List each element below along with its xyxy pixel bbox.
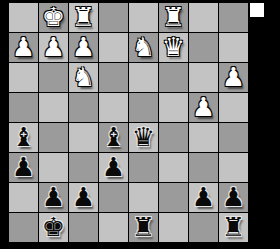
white-knight[interactable]: ♞ xyxy=(69,63,98,92)
square-h7[interactable] xyxy=(219,33,248,62)
square-b6[interactable] xyxy=(39,63,68,92)
square-b7[interactable]: ♟ xyxy=(39,33,68,62)
black-pawn[interactable]: ♟ xyxy=(9,153,38,182)
black-pawn[interactable]: ♟ xyxy=(219,183,248,212)
square-h4[interactable] xyxy=(219,123,248,152)
square-f8[interactable]: ♜ xyxy=(159,3,188,32)
square-g3[interactable] xyxy=(189,153,218,182)
square-e2[interactable] xyxy=(129,183,158,212)
square-c6[interactable]: ♞ xyxy=(69,63,98,92)
square-g2[interactable]: ♟ xyxy=(189,183,218,212)
black-pawn[interactable]: ♟ xyxy=(99,153,128,182)
side-to-move-indicator xyxy=(250,3,264,17)
black-king[interactable]: ♚ xyxy=(39,213,68,242)
black-pawn[interactable]: ♟ xyxy=(69,183,98,212)
square-d7[interactable] xyxy=(99,33,128,62)
square-d2[interactable] xyxy=(99,183,128,212)
black-rook[interactable]: ♜ xyxy=(219,213,248,242)
square-e5[interactable] xyxy=(129,93,158,122)
square-g8[interactable] xyxy=(189,3,218,32)
square-b8[interactable]: ♚ xyxy=(39,3,68,32)
white-pawn[interactable]: ♟ xyxy=(219,63,248,92)
square-c8[interactable]: ♜ xyxy=(69,3,98,32)
square-g6[interactable] xyxy=(189,63,218,92)
square-h1[interactable]: ♜ xyxy=(219,213,248,242)
black-rook[interactable]: ♜ xyxy=(129,213,158,242)
square-h3[interactable] xyxy=(219,153,248,182)
square-f2[interactable] xyxy=(159,183,188,212)
square-h6[interactable]: ♟ xyxy=(219,63,248,92)
white-pawn[interactable]: ♟ xyxy=(69,33,98,62)
square-a8[interactable] xyxy=(9,3,38,32)
square-f6[interactable] xyxy=(159,63,188,92)
square-f5[interactable] xyxy=(159,93,188,122)
square-e7[interactable]: ♞ xyxy=(129,33,158,62)
chess-board: ♚♜♜♟♟♟♞♛♞♟♟♝♝♛♟♟♟♟♟♟♚♜♜ xyxy=(9,3,248,242)
white-rook[interactable]: ♜ xyxy=(69,3,98,32)
square-f3[interactable] xyxy=(159,153,188,182)
square-e6[interactable] xyxy=(129,63,158,92)
square-f7[interactable]: ♛ xyxy=(159,33,188,62)
black-pawn[interactable]: ♟ xyxy=(39,183,68,212)
square-e3[interactable] xyxy=(129,153,158,182)
square-h2[interactable]: ♟ xyxy=(219,183,248,212)
square-g7[interactable] xyxy=(189,33,218,62)
square-h5[interactable] xyxy=(219,93,248,122)
white-pawn[interactable]: ♟ xyxy=(189,93,218,122)
square-d8[interactable] xyxy=(99,3,128,32)
square-b4[interactable] xyxy=(39,123,68,152)
square-e1[interactable]: ♜ xyxy=(129,213,158,242)
white-rook[interactable]: ♜ xyxy=(159,3,188,32)
square-g5[interactable]: ♟ xyxy=(189,93,218,122)
square-e4[interactable]: ♛ xyxy=(129,123,158,152)
square-a3[interactable]: ♟ xyxy=(9,153,38,182)
square-d3[interactable]: ♟ xyxy=(99,153,128,182)
square-c5[interactable] xyxy=(69,93,98,122)
white-queen[interactable]: ♛ xyxy=(159,33,188,62)
square-c3[interactable] xyxy=(69,153,98,182)
square-c1[interactable] xyxy=(69,213,98,242)
chess-diagram: ♚♜♜♟♟♟♞♛♞♟♟♝♝♛♟♟♟♟♟♟♚♜♜ xyxy=(0,0,280,249)
square-b2[interactable]: ♟ xyxy=(39,183,68,212)
square-d1[interactable] xyxy=(99,213,128,242)
black-bishop[interactable]: ♝ xyxy=(99,123,128,152)
square-d6[interactable] xyxy=(99,63,128,92)
black-queen[interactable]: ♛ xyxy=(129,123,158,152)
black-pawn[interactable]: ♟ xyxy=(189,183,218,212)
black-bishop[interactable]: ♝ xyxy=(9,123,38,152)
square-a5[interactable] xyxy=(9,93,38,122)
square-b5[interactable] xyxy=(39,93,68,122)
square-f4[interactable] xyxy=(159,123,188,152)
square-a6[interactable] xyxy=(9,63,38,92)
white-pawn[interactable]: ♟ xyxy=(39,33,68,62)
square-e8[interactable] xyxy=(129,3,158,32)
square-a4[interactable]: ♝ xyxy=(9,123,38,152)
square-a2[interactable] xyxy=(9,183,38,212)
white-pawn[interactable]: ♟ xyxy=(9,33,38,62)
square-g4[interactable] xyxy=(189,123,218,152)
white-knight[interactable]: ♞ xyxy=(129,33,158,62)
square-h8[interactable] xyxy=(219,3,248,32)
square-c7[interactable]: ♟ xyxy=(69,33,98,62)
square-c4[interactable] xyxy=(69,123,98,152)
square-a1[interactable] xyxy=(9,213,38,242)
square-c2[interactable]: ♟ xyxy=(69,183,98,212)
white-king[interactable]: ♚ xyxy=(39,3,68,32)
square-b1[interactable]: ♚ xyxy=(39,213,68,242)
square-d5[interactable] xyxy=(99,93,128,122)
square-f1[interactable] xyxy=(159,213,188,242)
square-b3[interactable] xyxy=(39,153,68,182)
square-d4[interactable]: ♝ xyxy=(99,123,128,152)
square-a7[interactable]: ♟ xyxy=(9,33,38,62)
square-g1[interactable] xyxy=(189,213,218,242)
